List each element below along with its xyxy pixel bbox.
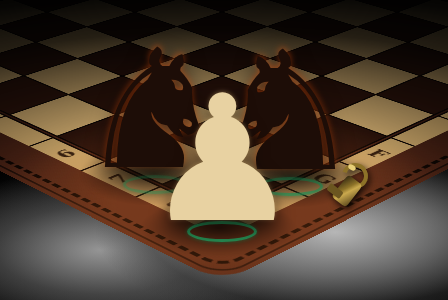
brass-latch — [329, 163, 373, 217]
chessboard-corner-scene: 678 FG ♞ ♞ ♟ — [0, 0, 448, 300]
white-pawn-h8[interactable]: ♟ — [144, 72, 294, 247]
